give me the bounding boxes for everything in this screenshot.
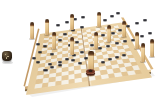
wooden-cone-peg-piece (94, 32, 99, 49)
black-disc-piece (115, 56, 120, 59)
black-disc-piece (58, 64, 63, 67)
black-disc-piece (38, 51, 43, 54)
black-disc-piece (80, 26, 84, 28)
wooden-cone-peg-piece (70, 37, 75, 55)
black-disc-piece (50, 53, 55, 56)
product-photo-scene (0, 0, 159, 102)
wooden-cone-peg-piece (88, 51, 93, 70)
black-disc-piece (123, 40, 127, 43)
black-disc-piece (81, 16, 85, 18)
king-stack-piece (86, 69, 95, 74)
wooden-cone-peg-piece (70, 14, 74, 30)
black-disc-piece (56, 24, 60, 26)
die-pip (7, 56, 9, 58)
wooden-cone-peg-piece (30, 22, 35, 39)
black-disc-piece (143, 19, 147, 21)
black-disc-piece (80, 51, 85, 54)
black-disc-piece (58, 61, 63, 64)
black-disc-piece (63, 33, 67, 35)
black-disc-piece (65, 21, 69, 23)
wooden-cone-peg-piece (107, 25, 112, 42)
black-disc-piece (126, 25, 130, 27)
black-disc-piece (122, 54, 127, 57)
black-disc-piece (116, 12, 120, 14)
black-disc-piece (98, 47, 103, 50)
black-disc-piece (103, 19, 107, 21)
black-disc-piece (115, 42, 119, 45)
black-disc-piece (111, 32, 115, 34)
wooden-cone-peg-piece (141, 43, 146, 62)
black-disc-piece (101, 34, 105, 36)
wooden-cone-peg-piece (97, 12, 101, 27)
black-disc-piece (135, 22, 139, 24)
die-pip (6, 57, 8, 59)
black-disc-piece (32, 57, 37, 60)
black-disc-piece (50, 66, 55, 69)
pieces-layer (0, 0, 159, 102)
wooden-cone-peg-piece (122, 21, 127, 37)
black-disc-piece (65, 58, 70, 61)
black-disc-piece (36, 61, 41, 64)
black-disc-piece (106, 45, 111, 48)
black-disc-piece (148, 32, 152, 34)
black-disc-piece (108, 58, 113, 61)
die-pip (5, 54, 7, 56)
wooden-cone-peg-piece (52, 32, 57, 49)
wooden-die (2, 51, 12, 62)
black-disc-piece (43, 69, 48, 72)
black-disc-piece (36, 43, 40, 46)
black-disc-piece (58, 39, 62, 42)
black-disc-piece (101, 61, 106, 64)
black-disc-piece (110, 15, 114, 17)
black-disc-piece (48, 63, 53, 66)
wooden-cone-peg-piece (45, 19, 50, 35)
black-disc-piece (140, 35, 144, 38)
black-disc-piece (43, 45, 48, 48)
black-disc-piece (75, 41, 79, 44)
black-disc-piece (71, 59, 76, 62)
wooden-cone-peg-piece (150, 39, 155, 57)
wooden-cone-peg-piece (135, 32, 140, 49)
black-disc-piece (78, 62, 83, 65)
